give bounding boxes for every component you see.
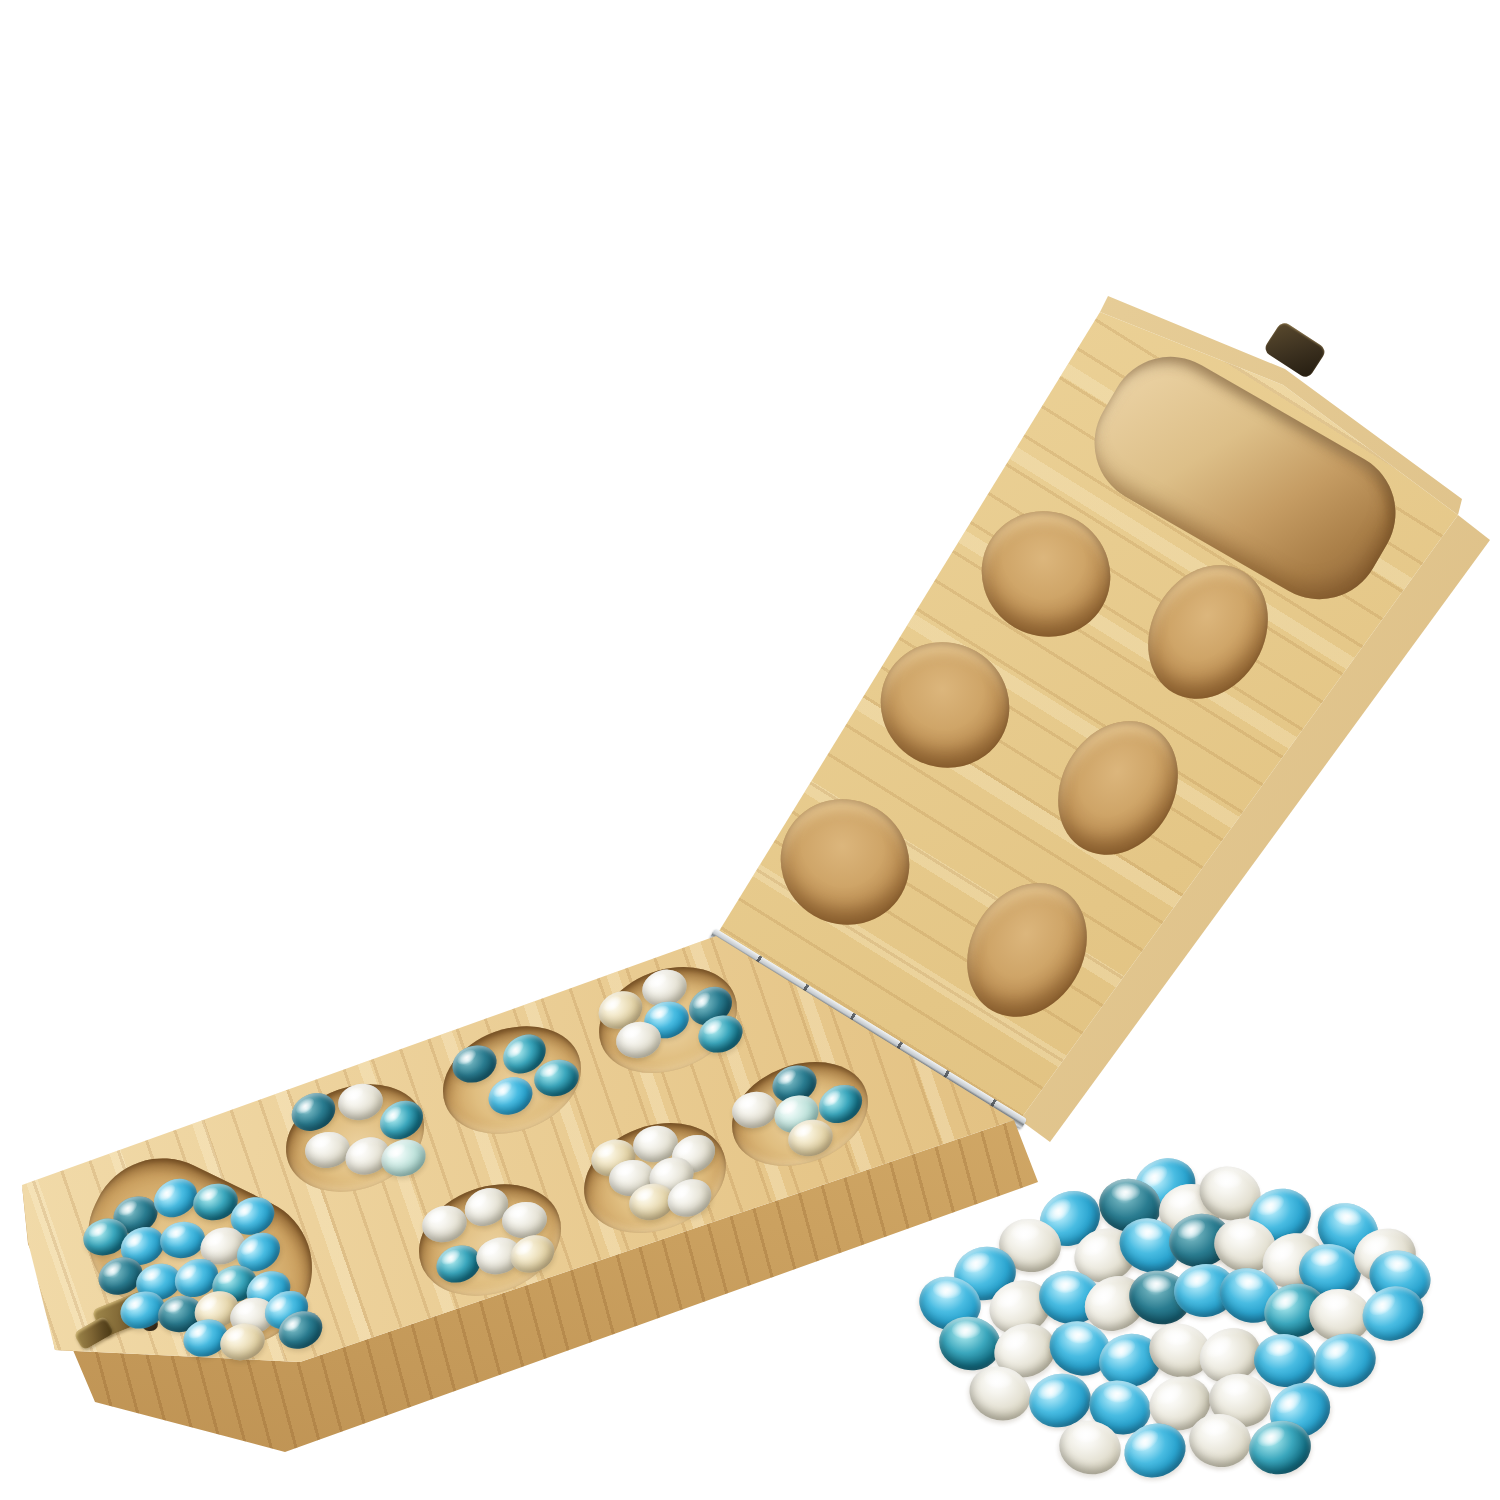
stone-blue [1309,1327,1382,1393]
stone-blue [1251,1330,1318,1389]
mancala-product-photo [0,0,1500,1500]
